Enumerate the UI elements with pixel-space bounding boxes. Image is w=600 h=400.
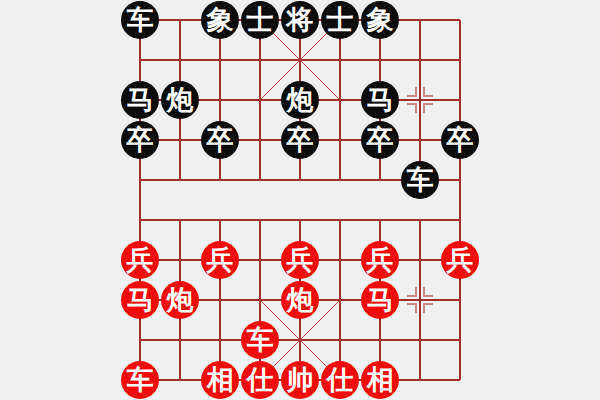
xiangqi-diagram: 车象士将士象马炮炮马卒卒卒卒卒车兵兵兵兵兵马炮炮马车车相仕帅仕相 [0, 0, 600, 400]
red-cannon[interactable]: 炮 [161, 281, 199, 319]
red-soldier[interactable]: 兵 [121, 241, 159, 279]
black-soldier[interactable]: 卒 [441, 121, 479, 159]
black-soldier[interactable]: 卒 [201, 121, 239, 159]
black-horse[interactable]: 马 [361, 81, 399, 119]
red-advisor[interactable]: 仕 [241, 361, 279, 399]
red-horse[interactable]: 马 [361, 281, 399, 319]
black-soldier[interactable]: 卒 [361, 121, 399, 159]
red-chariot[interactable]: 车 [121, 361, 159, 399]
black-cannon[interactable]: 炮 [161, 81, 199, 119]
red-elephant[interactable]: 相 [361, 361, 399, 399]
black-soldier[interactable]: 卒 [281, 121, 319, 159]
black-elephant[interactable]: 象 [201, 1, 239, 39]
red-soldier[interactable]: 兵 [361, 241, 399, 279]
black-advisor[interactable]: 士 [241, 1, 279, 39]
red-general[interactable]: 帅 [281, 361, 319, 399]
black-general[interactable]: 将 [281, 1, 319, 39]
red-advisor[interactable]: 仕 [321, 361, 359, 399]
black-cannon[interactable]: 炮 [281, 81, 319, 119]
black-horse[interactable]: 马 [121, 81, 159, 119]
red-soldier[interactable]: 兵 [201, 241, 239, 279]
black-advisor[interactable]: 士 [321, 1, 359, 39]
red-elephant[interactable]: 相 [201, 361, 239, 399]
black-chariot[interactable]: 车 [121, 1, 159, 39]
red-soldier[interactable]: 兵 [441, 241, 479, 279]
black-elephant[interactable]: 象 [361, 1, 399, 39]
red-horse[interactable]: 马 [121, 281, 159, 319]
red-cannon[interactable]: 炮 [281, 281, 319, 319]
red-chariot[interactable]: 车 [241, 321, 279, 359]
red-soldier[interactable]: 兵 [281, 241, 319, 279]
black-chariot[interactable]: 车 [401, 161, 439, 199]
black-soldier[interactable]: 卒 [121, 121, 159, 159]
xiangqi-board: 车象士将士象马炮炮马卒卒卒卒卒车兵兵兵兵兵马炮炮马车车相仕帅仕相 [120, 0, 480, 400]
